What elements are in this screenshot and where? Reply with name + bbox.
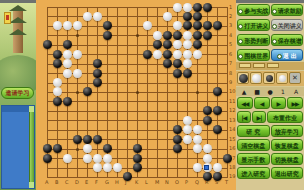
grid-line-horizontal bbox=[47, 101, 228, 102]
black-stone bbox=[213, 87, 222, 96]
grid-line-horizontal bbox=[47, 177, 228, 178]
white-stone bbox=[83, 12, 92, 21]
column-label: A bbox=[45, 180, 48, 185]
white-stone bbox=[53, 87, 62, 96]
black-stone bbox=[213, 125, 222, 134]
star-point bbox=[76, 34, 79, 37]
white-stone bbox=[183, 31, 192, 40]
marker-tool-3-icon[interactable]: 1 bbox=[277, 87, 289, 96]
row-label: 11 bbox=[229, 99, 235, 104]
white-stone bbox=[173, 40, 182, 49]
row-label: 19 bbox=[229, 174, 235, 179]
button-dot-icon bbox=[238, 54, 243, 59]
white-stone bbox=[63, 50, 72, 59]
white-stone bbox=[193, 163, 202, 172]
black-stone bbox=[43, 154, 52, 163]
scroll-down-icon[interactable] bbox=[29, 182, 34, 188]
grid-line-horizontal bbox=[47, 111, 228, 112]
playback-forward-button[interactable]: ▶ bbox=[271, 97, 287, 109]
white-stone bbox=[93, 12, 102, 21]
eraser-tool[interactable]: ✕ bbox=[289, 72, 301, 84]
panel-button-0[interactable]: 参与实战 bbox=[237, 4, 270, 16]
black-stone bbox=[173, 125, 182, 134]
banner-character bbox=[6, 15, 9, 20]
black-stone bbox=[53, 144, 62, 153]
black-stone bbox=[203, 106, 212, 115]
white-stone bbox=[173, 21, 182, 30]
black-stone bbox=[183, 12, 192, 21]
black-stone bbox=[203, 21, 212, 30]
white-stone-icon bbox=[252, 74, 261, 83]
board-tab-1[interactable] bbox=[239, 63, 251, 68]
black-stone bbox=[83, 135, 92, 144]
row-label: 2 bbox=[229, 14, 232, 19]
black-stone bbox=[103, 31, 112, 40]
button-row: 研 究放弃学习 bbox=[236, 125, 304, 138]
column-label: G bbox=[105, 180, 109, 185]
last-move-marker bbox=[204, 165, 209, 170]
row-label: 15 bbox=[229, 137, 235, 142]
row-label: 7 bbox=[229, 61, 232, 66]
board-tab-strip bbox=[236, 62, 304, 70]
row-label: 6 bbox=[229, 52, 232, 57]
black-stone-icon bbox=[239, 74, 248, 83]
black-stone bbox=[53, 59, 62, 68]
row-label: 4 bbox=[229, 33, 232, 38]
column-label: M bbox=[155, 180, 159, 185]
pagoda-roof bbox=[9, 5, 27, 11]
white-stone bbox=[193, 144, 202, 153]
black-stone bbox=[203, 172, 212, 181]
row-label: 10 bbox=[229, 89, 235, 94]
black-stone bbox=[223, 154, 232, 163]
panel-button-4[interactable]: 形势判断 bbox=[237, 34, 270, 46]
column-label: C bbox=[65, 180, 69, 185]
column-label: E bbox=[85, 180, 88, 185]
button-row: 打开讲义关闭讲义 bbox=[236, 19, 304, 32]
button-dot-icon bbox=[238, 9, 243, 14]
marker-tool-0-icon[interactable]: ▲ bbox=[238, 87, 250, 96]
white-stone bbox=[193, 50, 202, 59]
star-point bbox=[76, 91, 79, 94]
column-label: P bbox=[185, 180, 188, 185]
black-stone bbox=[143, 50, 152, 59]
column-label: L bbox=[145, 180, 148, 185]
white-stone bbox=[73, 21, 82, 30]
black-stone bbox=[163, 50, 172, 59]
row-label: 13 bbox=[229, 118, 235, 123]
playback-forward-all-button[interactable]: ▶▶ bbox=[287, 97, 303, 109]
black-stone bbox=[103, 144, 112, 153]
white-stone bbox=[73, 50, 82, 59]
grid-line-vertical bbox=[147, 7, 148, 178]
stone-tool-row: ✕ bbox=[236, 71, 304, 86]
panel-button-2[interactable]: 打开讲义 bbox=[237, 19, 270, 31]
grid-line-vertical bbox=[227, 7, 228, 178]
button-dot-icon bbox=[238, 39, 243, 44]
button-row: 形势判断保存棋谱 bbox=[236, 34, 304, 47]
white-stone bbox=[73, 69, 82, 78]
white-stone bbox=[93, 163, 102, 172]
column-label: K bbox=[135, 180, 138, 185]
white-stone bbox=[183, 50, 192, 59]
black-stone bbox=[163, 40, 172, 49]
panel-button-3[interactable]: 关闭讲义 bbox=[271, 19, 304, 31]
white-stone bbox=[203, 154, 212, 163]
white-stone bbox=[183, 135, 192, 144]
white-stone bbox=[173, 50, 182, 59]
white-stone bbox=[213, 163, 222, 172]
column-label: O bbox=[175, 180, 179, 185]
quit-study-button[interactable]: 放弃学习 bbox=[271, 125, 304, 137]
black-stone bbox=[93, 78, 102, 87]
black-stone bbox=[213, 106, 222, 115]
white-stone bbox=[83, 144, 92, 153]
row-label: 9 bbox=[229, 80, 232, 85]
star-point bbox=[196, 91, 199, 94]
black-stone-tool[interactable] bbox=[237, 72, 249, 84]
black-stone bbox=[53, 97, 62, 106]
white-stone bbox=[63, 21, 72, 30]
board-tab-2[interactable] bbox=[253, 63, 265, 68]
white-stone-alt-tool[interactable] bbox=[276, 72, 288, 84]
black-stone bbox=[193, 31, 202, 40]
black-stone bbox=[163, 31, 172, 40]
white-stone bbox=[93, 154, 102, 163]
black-stone bbox=[63, 97, 72, 106]
white-stone bbox=[193, 125, 202, 134]
black-stone bbox=[163, 59, 172, 68]
white-stone bbox=[183, 59, 192, 68]
black-stone bbox=[173, 59, 182, 68]
grid-line-horizontal bbox=[47, 120, 228, 121]
white-stone bbox=[113, 163, 122, 172]
chat-panel[interactable] bbox=[1, 105, 35, 189]
black-stone bbox=[193, 40, 202, 49]
column-label: F bbox=[95, 180, 98, 185]
row-label: 14 bbox=[229, 127, 235, 132]
row-label: 12 bbox=[229, 108, 235, 113]
black-stone bbox=[103, 21, 112, 30]
black-stone bbox=[93, 59, 102, 68]
chat-scrollbar[interactable] bbox=[29, 106, 34, 188]
black-stone bbox=[193, 3, 202, 12]
playback-first-button[interactable]: |◀ bbox=[237, 111, 251, 123]
white-stone bbox=[203, 144, 212, 153]
white-stone bbox=[183, 116, 192, 125]
white-stone bbox=[53, 78, 62, 87]
left-scene-panel: 邀请学习 bbox=[0, 3, 36, 190]
black-stone bbox=[133, 163, 142, 172]
marker-tool-4-icon[interactable]: A bbox=[290, 87, 302, 96]
star-point bbox=[136, 34, 139, 37]
panel-button-7[interactable]: 退 出 bbox=[271, 49, 304, 61]
black-stone bbox=[123, 172, 132, 181]
black-stone bbox=[183, 21, 192, 30]
black-stone bbox=[213, 21, 222, 30]
button-row: |◀▶|布置作业 bbox=[236, 111, 304, 124]
marker-tool-strip: ▲■●1A bbox=[236, 87, 304, 96]
white-stone-icon bbox=[279, 75, 286, 82]
white-stone bbox=[153, 50, 162, 59]
button-row: 显示手数切换棋盘 bbox=[236, 153, 304, 166]
button-row: ◀◀◀▶▶▶ bbox=[236, 97, 304, 110]
black-stone-icon bbox=[266, 75, 273, 82]
button-dot-icon bbox=[238, 24, 243, 29]
column-label: B bbox=[55, 180, 58, 185]
black-stone bbox=[173, 135, 182, 144]
white-stone bbox=[63, 69, 72, 78]
black-stone bbox=[133, 144, 142, 153]
white-stone bbox=[103, 163, 112, 172]
invite-study-button[interactable]: 邀请学习 bbox=[1, 87, 34, 99]
black-stone bbox=[153, 40, 162, 49]
black-stone-alt-tool[interactable] bbox=[263, 72, 275, 84]
column-label: H bbox=[115, 180, 119, 185]
button-row: 围棋世界退 出 bbox=[236, 49, 304, 62]
button-dot-icon bbox=[272, 39, 277, 44]
white-stone-tool[interactable] bbox=[250, 72, 262, 84]
black-stone bbox=[173, 69, 182, 78]
playback-rewind-all-button[interactable]: ◀◀ bbox=[237, 97, 253, 109]
marker-tool-1-icon[interactable]: ■ bbox=[251, 87, 263, 96]
assign-homework-button[interactable]: 布置作业 bbox=[267, 111, 303, 123]
star-point bbox=[76, 148, 79, 151]
row-label: 18 bbox=[229, 165, 235, 170]
white-stone bbox=[103, 154, 112, 163]
white-stone bbox=[173, 3, 182, 12]
playback-back-button[interactable]: ◀ bbox=[254, 97, 270, 109]
black-stone bbox=[203, 116, 212, 125]
control-panel: 参与实战请求鼓励打开讲义关闭讲义形势判断保存棋谱围棋世界退 出 ✕ ▲■●1A … bbox=[236, 3, 304, 190]
button-dot-icon bbox=[272, 9, 277, 14]
exit-research-button[interactable]: 退出研究 bbox=[271, 167, 304, 179]
pagoda-roof bbox=[9, 17, 27, 23]
panel-button-5[interactable]: 保存棋谱 bbox=[271, 34, 304, 46]
column-label: N bbox=[165, 180, 169, 185]
white-stone bbox=[193, 135, 202, 144]
black-stone bbox=[93, 69, 102, 78]
black-stone bbox=[173, 144, 182, 153]
scroll-up-icon[interactable] bbox=[29, 106, 34, 112]
enter-research-button[interactable]: 进入研究 bbox=[237, 167, 270, 179]
black-stone bbox=[53, 50, 62, 59]
restore-board-button[interactable]: 恢复棋盘 bbox=[271, 139, 304, 151]
show-move-numbers-button[interactable]: 显示手数 bbox=[237, 153, 270, 165]
black-stone bbox=[63, 40, 72, 49]
black-stone bbox=[203, 3, 212, 12]
white-stone bbox=[83, 154, 92, 163]
button-row: 参与实战请求鼓励 bbox=[236, 4, 304, 17]
row-label: 3 bbox=[229, 23, 232, 28]
row-label: 8 bbox=[229, 71, 232, 76]
white-stone bbox=[183, 40, 192, 49]
black-stone bbox=[43, 40, 52, 49]
column-label: D bbox=[75, 180, 79, 185]
black-stone bbox=[93, 135, 102, 144]
white-stone bbox=[53, 21, 62, 30]
panel-button-1[interactable]: 请求鼓励 bbox=[271, 4, 304, 16]
exit-icon bbox=[277, 54, 282, 59]
research-button[interactable]: 研 究 bbox=[237, 125, 270, 137]
black-stone bbox=[213, 172, 222, 181]
panel-button-6[interactable]: 围棋世界 bbox=[237, 49, 270, 61]
clear-board-button[interactable]: 清空棋盘 bbox=[237, 139, 270, 151]
button-row: 进入研究退出研究 bbox=[236, 167, 304, 180]
button-dot-icon bbox=[272, 24, 277, 29]
row-label: 16 bbox=[229, 146, 235, 151]
black-stone bbox=[133, 154, 142, 163]
black-stone bbox=[193, 12, 202, 21]
go-app-window: 邀请学习 ABCDEFGHJKLMNOPQRST1234567891011121… bbox=[0, 0, 304, 190]
white-stone bbox=[63, 154, 72, 163]
star-point bbox=[136, 91, 139, 94]
white-stone bbox=[153, 31, 162, 40]
black-stone bbox=[193, 21, 202, 30]
white-stone bbox=[163, 12, 172, 21]
white-stone bbox=[183, 125, 192, 134]
row-label: 5 bbox=[229, 42, 232, 47]
black-stone bbox=[203, 31, 212, 40]
marker-tool-2-icon[interactable]: ● bbox=[264, 87, 276, 96]
black-stone bbox=[173, 31, 182, 40]
white-stone bbox=[183, 3, 192, 12]
black-stone bbox=[83, 87, 92, 96]
black-stone bbox=[73, 135, 82, 144]
pagoda-roof bbox=[9, 29, 27, 35]
button-row: 清空棋盘恢复棋盘 bbox=[236, 139, 304, 152]
column-label: Q bbox=[195, 180, 199, 185]
black-stone bbox=[43, 144, 52, 153]
playback-last-button[interactable]: ▶| bbox=[252, 111, 266, 123]
board-tab-3[interactable] bbox=[267, 63, 279, 68]
white-stone bbox=[143, 21, 152, 30]
black-stone bbox=[183, 69, 192, 78]
white-stone bbox=[63, 59, 72, 68]
switch-board-button[interactable]: 切换棋盘 bbox=[271, 153, 304, 165]
go-board[interactable]: ABCDEFGHJKLMNOPQRST123456789101112131415… bbox=[36, 0, 236, 190]
column-label: T bbox=[225, 180, 228, 185]
row-label: 1 bbox=[229, 5, 232, 10]
